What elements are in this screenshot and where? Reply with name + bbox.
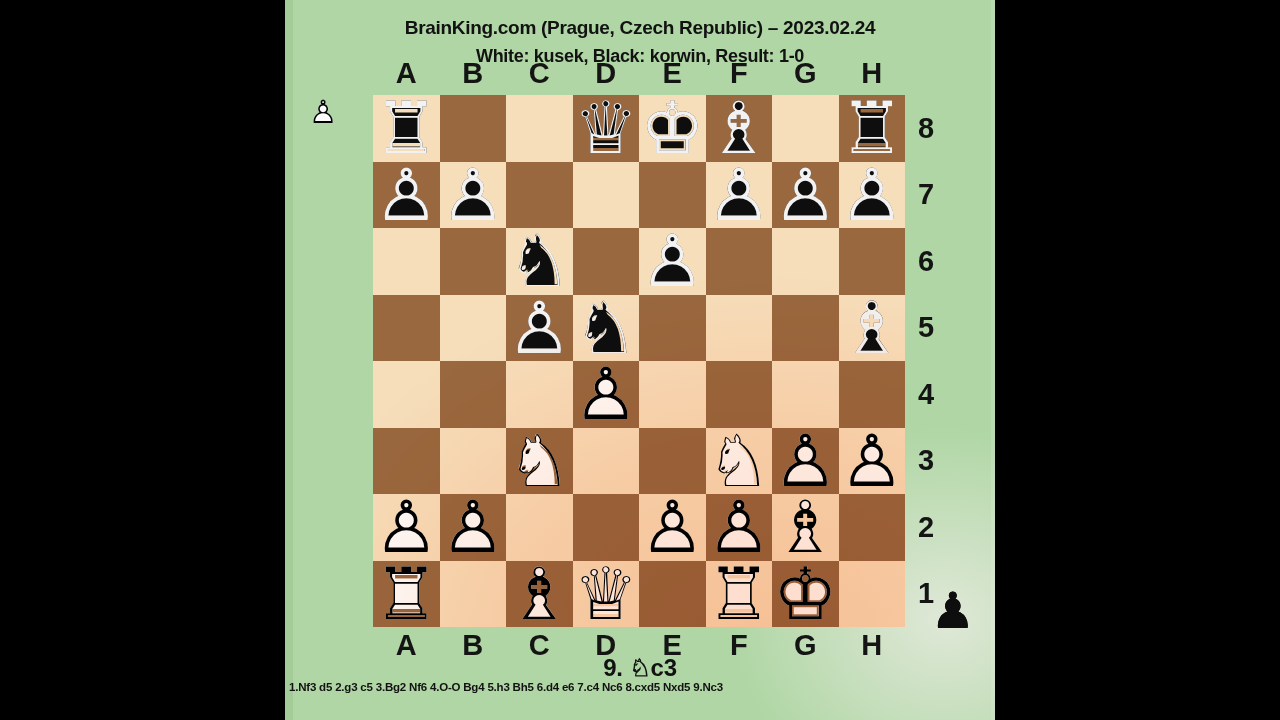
square-e7[interactable] (639, 162, 706, 229)
square-d7[interactable] (573, 162, 640, 229)
file-label-h: H (839, 56, 906, 90)
square-a4[interactable] (373, 361, 440, 428)
square-h7[interactable]: ♟♙ (839, 162, 906, 229)
square-d4[interactable]: ♟♙ (573, 361, 640, 428)
piece-white-knight: ♞♘ (506, 428, 573, 495)
square-g4[interactable] (772, 361, 839, 428)
square-h1[interactable] (839, 561, 906, 628)
square-g3[interactable]: ♟♙ (772, 428, 839, 495)
piece-white-pawn: ♟♙ (303, 92, 343, 132)
square-h2[interactable] (839, 494, 906, 561)
last-move-label: 9. ♘c3 (285, 654, 995, 682)
square-g7[interactable]: ♟♙ (772, 162, 839, 229)
piece-white-knight: ♞♘ (706, 428, 773, 495)
piece-black-king: ♚♔ (639, 95, 706, 162)
file-label-f: F (706, 56, 773, 90)
square-a1[interactable]: ♜♖ (373, 561, 440, 628)
piece-white-queen: ♛♕ (573, 561, 640, 628)
piece-black-queen: ♛♕ (573, 95, 640, 162)
piece-black-knight: ♞♘ (506, 228, 573, 295)
square-f1[interactable]: ♜♖ (706, 561, 773, 628)
square-c5[interactable]: ♟♙ (506, 295, 573, 362)
rank-label-4: 4 (905, 361, 945, 428)
square-c8[interactable] (506, 95, 573, 162)
square-b1[interactable] (440, 561, 507, 628)
captured-white-pawn-icon: ♟♙ (303, 92, 343, 132)
move-list: 1.Nf3 d5 2.g3 c5 3.Bg2 Nf6 4.O-O Bg4 5.h… (289, 681, 991, 693)
square-c3[interactable]: ♞♘ (506, 428, 573, 495)
piece-black-rook: ♜♖ (839, 95, 906, 162)
square-b4[interactable] (440, 361, 507, 428)
square-h3[interactable]: ♟♙ (839, 428, 906, 495)
square-h5[interactable]: ♝♗ (839, 295, 906, 362)
file-label-d: D (573, 56, 640, 90)
piece-white-pawn: ♟♙ (639, 494, 706, 561)
square-h6[interactable] (839, 228, 906, 295)
piece-white-pawn: ♟♙ (772, 428, 839, 495)
piece-black-pawn: ♟♙ (933, 591, 973, 631)
square-c4[interactable] (506, 361, 573, 428)
square-d3[interactable] (573, 428, 640, 495)
square-f6[interactable] (706, 228, 773, 295)
file-label-c: C (506, 56, 573, 90)
square-d1[interactable]: ♛♕ (573, 561, 640, 628)
square-b2[interactable]: ♟♙ (440, 494, 507, 561)
square-b7[interactable]: ♟♙ (440, 162, 507, 229)
piece-black-pawn: ♟♙ (440, 162, 507, 229)
square-d8[interactable]: ♛♕ (573, 95, 640, 162)
file-label-a: A (373, 56, 440, 90)
rank-label-8: 8 (905, 95, 945, 162)
square-c7[interactable] (506, 162, 573, 229)
square-f5[interactable] (706, 295, 773, 362)
rank-label-3: 3 (905, 428, 945, 495)
square-f4[interactable] (706, 361, 773, 428)
piece-white-pawn: ♟♙ (440, 494, 507, 561)
piece-black-pawn: ♟♙ (639, 228, 706, 295)
piece-black-pawn: ♟♙ (373, 162, 440, 229)
piece-black-knight: ♞♘ (573, 295, 640, 362)
chess-board: ♜♖♛♕♚♔♝♗♜♖♟♙♟♙♟♙♟♙♟♙♞♘♟♙♟♙♞♘♝♗♟♙♞♘♞♘♟♙♟♙… (373, 95, 905, 627)
square-h4[interactable] (839, 361, 906, 428)
square-g1[interactable]: ♚♔ (772, 561, 839, 628)
square-d2[interactable] (573, 494, 640, 561)
piece-white-rook: ♜♖ (706, 561, 773, 628)
file-label-b: B (440, 56, 507, 90)
square-f7[interactable]: ♟♙ (706, 162, 773, 229)
captured-black-pawn-icon: ♟♙ (933, 591, 973, 631)
square-e4[interactable] (639, 361, 706, 428)
letterbox-left (0, 0, 285, 720)
file-labels-top: ABCDEFGH (373, 56, 905, 90)
square-g6[interactable] (772, 228, 839, 295)
square-a2[interactable]: ♟♙ (373, 494, 440, 561)
rank-labels-right: 87654321 (905, 95, 945, 627)
square-e1[interactable] (639, 561, 706, 628)
square-a8[interactable]: ♜♖ (373, 95, 440, 162)
square-e2[interactable]: ♟♙ (639, 494, 706, 561)
square-g8[interactable] (772, 95, 839, 162)
square-b5[interactable] (440, 295, 507, 362)
piece-white-king: ♚♔ (772, 561, 839, 628)
square-d6[interactable] (573, 228, 640, 295)
square-a5[interactable] (373, 295, 440, 362)
rank-label-5: 5 (905, 295, 945, 362)
rank-label-6: 6 (905, 228, 945, 295)
game-title: BrainKing.com (Prague, Czech Republic) –… (285, 17, 995, 39)
square-e8[interactable]: ♚♔ (639, 95, 706, 162)
piece-white-bishop: ♝♗ (506, 561, 573, 628)
square-e5[interactable] (639, 295, 706, 362)
square-d5[interactable]: ♞♘ (573, 295, 640, 362)
piece-white-pawn: ♟♙ (573, 361, 640, 428)
letterbox-right (995, 0, 1280, 720)
piece-black-pawn: ♟♙ (506, 295, 573, 362)
square-f3[interactable]: ♞♘ (706, 428, 773, 495)
square-f2[interactable]: ♟♙ (706, 494, 773, 561)
file-label-g: G (772, 56, 839, 90)
square-g2[interactable]: ♝♗ (772, 494, 839, 561)
piece-black-pawn: ♟♙ (772, 162, 839, 229)
rank-label-2: 2 (905, 494, 945, 561)
file-label-e: E (639, 56, 706, 90)
square-c1[interactable]: ♝♗ (506, 561, 573, 628)
piece-white-rook: ♜♖ (373, 561, 440, 628)
piece-black-pawn: ♟♙ (706, 162, 773, 229)
square-b8[interactable] (440, 95, 507, 162)
square-e3[interactable] (639, 428, 706, 495)
piece-black-bishop: ♝♗ (839, 295, 906, 362)
piece-white-bishop: ♝♗ (772, 494, 839, 561)
square-c2[interactable] (506, 494, 573, 561)
square-g5[interactable] (772, 295, 839, 362)
rank-label-7: 7 (905, 162, 945, 229)
piece-black-bishop: ♝♗ (706, 95, 773, 162)
piece-black-rook: ♜♖ (373, 95, 440, 162)
square-h8[interactable]: ♜♖ (839, 95, 906, 162)
square-e6[interactable]: ♟♙ (639, 228, 706, 295)
piece-white-pawn: ♟♙ (373, 494, 440, 561)
square-f8[interactable]: ♝♗ (706, 95, 773, 162)
square-b6[interactable] (440, 228, 507, 295)
square-a3[interactable] (373, 428, 440, 495)
piece-black-pawn: ♟♙ (839, 162, 906, 229)
square-a7[interactable]: ♟♙ (373, 162, 440, 229)
square-b3[interactable] (440, 428, 507, 495)
piece-white-pawn: ♟♙ (839, 428, 906, 495)
square-c6[interactable]: ♞♘ (506, 228, 573, 295)
piece-white-pawn: ♟♙ (706, 494, 773, 561)
game-panel: BrainKing.com (Prague, Czech Republic) –… (285, 0, 995, 720)
square-a6[interactable] (373, 228, 440, 295)
